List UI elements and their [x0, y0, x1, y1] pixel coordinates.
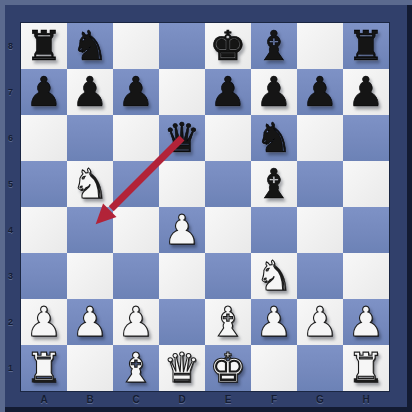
square-d7[interactable] [159, 69, 205, 115]
square-b1[interactable] [67, 345, 113, 391]
white-rook-h1[interactable]: ♜ [348, 348, 385, 389]
white-pawn-b2[interactable]: ♟ [72, 302, 109, 343]
square-d5[interactable] [159, 161, 205, 207]
rank-label-2: 2 [0, 299, 21, 345]
rank-label-7: 7 [0, 69, 21, 115]
square-h7[interactable]: ♟ [343, 69, 389, 115]
square-b6[interactable] [67, 115, 113, 161]
square-h6[interactable] [343, 115, 389, 161]
square-a8[interactable]: ♜ [21, 23, 67, 69]
board: ♜♞♚♝♜♟♟♟♟♟♟♟♛♞♞♝♟♞♟♟♟♝♟♟♟♜♝♛♚♜ [21, 23, 389, 391]
square-c2[interactable]: ♟ [113, 299, 159, 345]
square-g8[interactable] [297, 23, 343, 69]
black-pawn-a7[interactable]: ♟ [26, 72, 63, 113]
square-f4[interactable] [251, 207, 297, 253]
square-h3[interactable] [343, 253, 389, 299]
black-rook-a8[interactable]: ♜ [26, 26, 63, 67]
rank-label-3: 3 [0, 253, 21, 299]
square-h2[interactable]: ♟ [343, 299, 389, 345]
white-pawn-h2[interactable]: ♟ [348, 302, 385, 343]
square-b8[interactable]: ♞ [67, 23, 113, 69]
rank-labels: 87654321 [0, 23, 21, 391]
white-pawn-a2[interactable]: ♟ [26, 302, 63, 343]
square-e6[interactable] [205, 115, 251, 161]
square-g2[interactable]: ♟ [297, 299, 343, 345]
square-d2[interactable] [159, 299, 205, 345]
file-label-G: G [297, 391, 343, 412]
file-label-A: A [21, 391, 67, 412]
black-pawn-g7[interactable]: ♟ [302, 72, 339, 113]
black-pawn-b7[interactable]: ♟ [72, 72, 109, 113]
white-pawn-d4[interactable]: ♟ [164, 210, 201, 251]
black-pawn-e7[interactable]: ♟ [210, 72, 247, 113]
square-h1[interactable]: ♜ [343, 345, 389, 391]
file-label-F: F [251, 391, 297, 412]
square-b5[interactable]: ♞ [67, 161, 113, 207]
square-e5[interactable] [205, 161, 251, 207]
black-knight-f6[interactable]: ♞ [256, 118, 293, 159]
white-rook-a1[interactable]: ♜ [26, 348, 63, 389]
rank-label-6: 6 [0, 115, 21, 161]
square-a6[interactable] [21, 115, 67, 161]
square-f2[interactable]: ♟ [251, 299, 297, 345]
black-rook-h8[interactable]: ♜ [348, 26, 385, 67]
square-h5[interactable] [343, 161, 389, 207]
black-bishop-f5[interactable]: ♝ [256, 164, 293, 205]
black-knight-b8[interactable]: ♞ [72, 26, 109, 67]
square-c3[interactable] [113, 253, 159, 299]
square-f3[interactable]: ♞ [251, 253, 297, 299]
square-b3[interactable] [67, 253, 113, 299]
square-e8[interactable]: ♚ [205, 23, 251, 69]
rank-label-8: 8 [0, 23, 21, 69]
white-pawn-g2[interactable]: ♟ [302, 302, 339, 343]
square-f7[interactable]: ♟ [251, 69, 297, 115]
square-a5[interactable] [21, 161, 67, 207]
white-bishop-e2[interactable]: ♝ [210, 302, 247, 343]
square-a4[interactable] [21, 207, 67, 253]
square-c1[interactable]: ♝ [113, 345, 159, 391]
white-pawn-c2[interactable]: ♟ [118, 302, 155, 343]
square-a1[interactable]: ♜ [21, 345, 67, 391]
rank-label-4: 4 [0, 207, 21, 253]
black-queen-d6[interactable]: ♛ [164, 118, 201, 159]
chessboard-frame: 87654321 ABCDEFGH ♜♞♚♝♜♟♟♟♟♟♟♟♛♞♞♝♟♞♟♟♟♝… [0, 0, 412, 412]
square-g4[interactable] [297, 207, 343, 253]
square-f5[interactable]: ♝ [251, 161, 297, 207]
file-label-B: B [67, 391, 113, 412]
file-label-E: E [205, 391, 251, 412]
white-pawn-f2[interactable]: ♟ [256, 302, 293, 343]
black-pawn-c7[interactable]: ♟ [118, 72, 155, 113]
square-g1[interactable] [297, 345, 343, 391]
square-c6[interactable] [113, 115, 159, 161]
square-a2[interactable]: ♟ [21, 299, 67, 345]
square-e1[interactable]: ♚ [205, 345, 251, 391]
square-d6[interactable]: ♛ [159, 115, 205, 161]
square-f8[interactable]: ♝ [251, 23, 297, 69]
white-knight-f3[interactable]: ♞ [256, 256, 293, 297]
square-b2[interactable]: ♟ [67, 299, 113, 345]
square-e2[interactable]: ♝ [205, 299, 251, 345]
square-a7[interactable]: ♟ [21, 69, 67, 115]
white-king-e1[interactable]: ♚ [210, 348, 247, 389]
square-e4[interactable] [205, 207, 251, 253]
black-king-e8[interactable]: ♚ [210, 26, 247, 67]
square-d3[interactable] [159, 253, 205, 299]
square-c4[interactable] [113, 207, 159, 253]
square-g5[interactable] [297, 161, 343, 207]
white-knight-b5[interactable]: ♞ [72, 164, 109, 205]
square-d8[interactable] [159, 23, 205, 69]
square-h4[interactable] [343, 207, 389, 253]
square-d4[interactable]: ♟ [159, 207, 205, 253]
square-a3[interactable] [21, 253, 67, 299]
white-queen-d1[interactable]: ♛ [164, 348, 201, 389]
square-g3[interactable] [297, 253, 343, 299]
square-f6[interactable]: ♞ [251, 115, 297, 161]
square-g7[interactable]: ♟ [297, 69, 343, 115]
file-label-D: D [159, 391, 205, 412]
square-c8[interactable] [113, 23, 159, 69]
file-labels: ABCDEFGH [21, 391, 389, 412]
square-b7[interactable]: ♟ [67, 69, 113, 115]
square-e3[interactable] [205, 253, 251, 299]
square-b4[interactable] [67, 207, 113, 253]
rank-label-5: 5 [0, 161, 21, 207]
rank-label-1: 1 [0, 345, 21, 391]
file-label-C: C [113, 391, 159, 412]
white-bishop-c1[interactable]: ♝ [118, 348, 155, 389]
square-h8[interactable]: ♜ [343, 23, 389, 69]
square-c5[interactable] [113, 161, 159, 207]
square-e7[interactable]: ♟ [205, 69, 251, 115]
square-g6[interactable] [297, 115, 343, 161]
black-pawn-h7[interactable]: ♟ [348, 72, 385, 113]
square-f1[interactable] [251, 345, 297, 391]
file-label-H: H [343, 391, 389, 412]
square-d1[interactable]: ♛ [159, 345, 205, 391]
black-pawn-f7[interactable]: ♟ [256, 72, 293, 113]
black-bishop-f8[interactable]: ♝ [256, 26, 293, 67]
square-c7[interactable]: ♟ [113, 69, 159, 115]
